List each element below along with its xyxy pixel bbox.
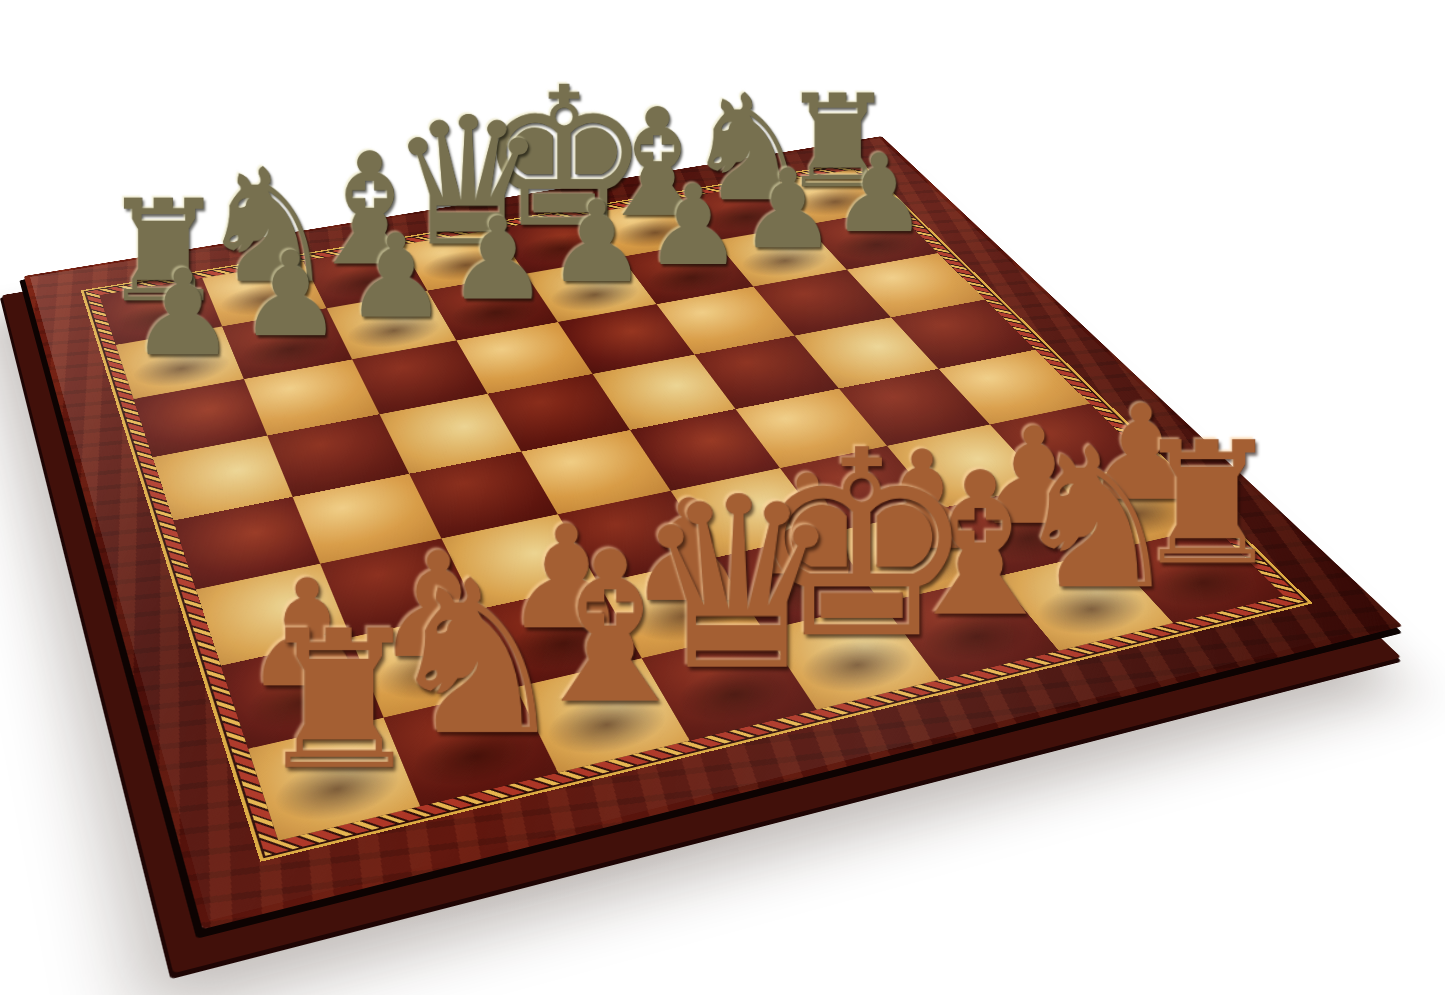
- black-pawn-a7[interactable]: ♟: [130, 257, 237, 370]
- square-b7[interactable]: ♟: [223, 308, 352, 378]
- square-a1[interactable]: ♜: [248, 717, 420, 840]
- black-pawn-f7[interactable]: ♟: [644, 174, 744, 280]
- black-pawn-h7[interactable]: ♟: [831, 143, 928, 246]
- white-rook-a1[interactable]: ♜: [254, 611, 425, 792]
- black-pawn-d7[interactable]: ♟: [447, 206, 549, 314]
- black-pawn-c7[interactable]: ♟: [344, 223, 448, 333]
- black-pawn-g7[interactable]: ♟: [739, 158, 837, 262]
- square-b5[interactable]: [267, 414, 408, 497]
- black-pawn-b7[interactable]: ♟: [238, 240, 343, 351]
- square-c7[interactable]: ♟: [326, 291, 456, 359]
- square-a7[interactable]: ♟: [116, 327, 244, 399]
- black-pawn-e7[interactable]: ♟: [547, 190, 648, 297]
